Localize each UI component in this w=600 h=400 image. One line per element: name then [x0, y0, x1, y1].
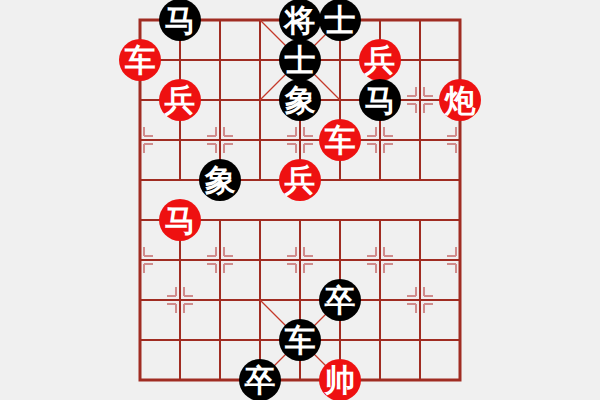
pieces-layer: 马将士车士兵兵象马炮车象兵马卒车卒帅 — [0, 0, 600, 400]
piece-red-horse[interactable]: 马 — [159, 199, 201, 241]
piece-black-elephant[interactable]: 象 — [279, 79, 321, 121]
piece-red-general[interactable]: 帅 — [319, 359, 361, 400]
piece-red-soldier[interactable]: 兵 — [159, 79, 201, 121]
piece-red-soldier[interactable]: 兵 — [359, 39, 401, 81]
piece-black-general[interactable]: 将 — [279, 0, 321, 41]
piece-red-chariot[interactable]: 车 — [319, 119, 361, 161]
piece-black-chariot[interactable]: 车 — [279, 319, 321, 361]
piece-black-soldier[interactable]: 卒 — [319, 279, 361, 321]
piece-red-chariot[interactable]: 车 — [119, 39, 161, 81]
piece-black-soldier[interactable]: 卒 — [239, 359, 281, 400]
piece-red-soldier[interactable]: 兵 — [279, 159, 321, 201]
piece-black-horse[interactable]: 马 — [159, 0, 201, 41]
piece-black-advisor[interactable]: 士 — [279, 39, 321, 81]
piece-black-advisor[interactable]: 士 — [319, 0, 361, 41]
piece-black-horse[interactable]: 马 — [359, 79, 401, 121]
piece-red-cannon[interactable]: 炮 — [439, 79, 481, 121]
piece-black-elephant[interactable]: 象 — [199, 159, 241, 201]
xiangqi-board-stage: 马将士车士兵兵象马炮车象兵马卒车卒帅 — [0, 0, 600, 400]
